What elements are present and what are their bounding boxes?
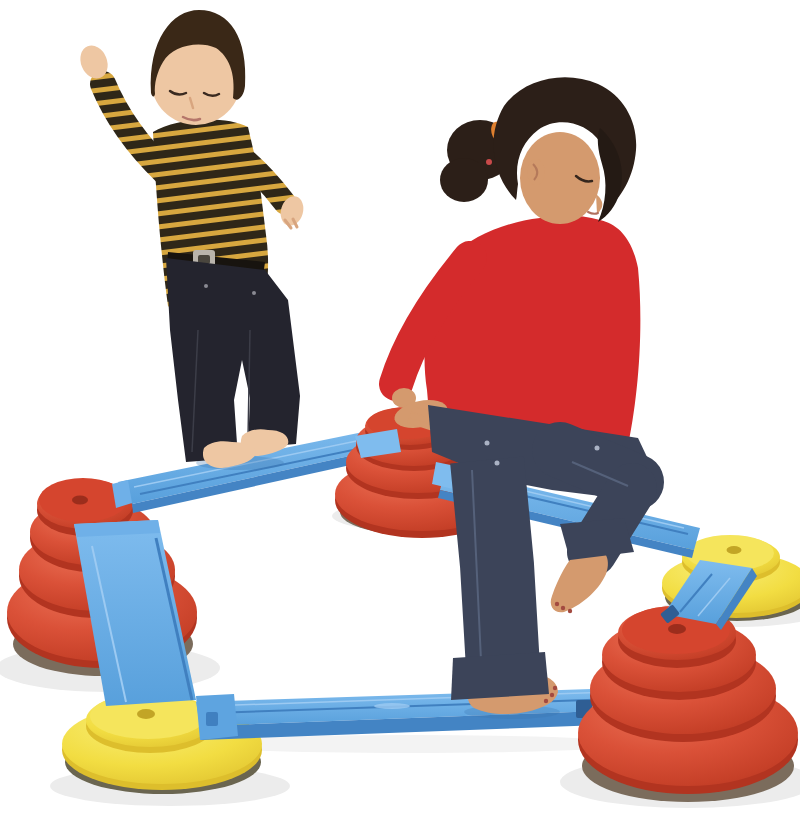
girl-pigtail-lower (440, 158, 488, 202)
stone-top-hole (727, 546, 742, 554)
girl-toenail (555, 602, 559, 606)
girl-jeans-rivet (495, 461, 500, 466)
scene-illustration (0, 0, 800, 819)
girl-toenail (553, 686, 557, 690)
girl-jeans-rivet (595, 446, 600, 451)
girl-jeans-left-cuff (451, 652, 549, 700)
boy-jeans-rivet (204, 284, 208, 288)
girl-toenail (544, 699, 548, 703)
beam-connector-notch (206, 712, 218, 726)
girl-hair-tie-bead (486, 159, 492, 165)
stone-top-hole (137, 709, 155, 719)
beam-glare (374, 703, 410, 709)
girl-jeans-left-leg (487, 460, 503, 668)
stone-top-hole (72, 496, 88, 505)
girl-ear (527, 159, 545, 185)
girl-toenail (561, 606, 565, 610)
girl-jeans-rivet (485, 441, 490, 446)
photo-stage (0, 0, 800, 819)
girl-toenail (550, 693, 554, 697)
boy-jeans-rivet (252, 291, 256, 295)
stone-top-hole (668, 624, 686, 634)
girl-toenail (568, 609, 572, 613)
